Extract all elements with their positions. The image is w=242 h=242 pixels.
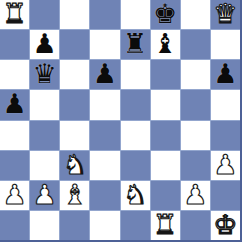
piece-black-rook[interactable]: ♜ (123, 30, 147, 57)
square-e4[interactable] (121, 121, 150, 150)
piece-black-pawn[interactable]: ♟ (213, 60, 237, 87)
piece-white-knight[interactable]: ♞ (63, 151, 87, 178)
square-g6[interactable] (181, 60, 210, 89)
piece-black-king[interactable]: ♚ (153, 0, 177, 27)
square-b7[interactable]: ♟ (30, 30, 59, 59)
piece-white-pawn[interactable]: ♟ (2, 181, 26, 208)
square-b4[interactable] (30, 121, 59, 150)
square-e8[interactable] (121, 0, 150, 29)
square-c5[interactable] (60, 90, 89, 119)
square-e2[interactable]: ♞ (121, 181, 150, 210)
square-h5[interactable] (211, 90, 240, 119)
square-d8[interactable] (90, 0, 119, 29)
square-c7[interactable] (60, 30, 89, 59)
square-c4[interactable] (60, 121, 89, 150)
square-b3[interactable] (30, 151, 59, 180)
square-f6[interactable] (151, 60, 180, 89)
square-f3[interactable] (151, 151, 180, 180)
square-a2[interactable]: ♟ (0, 181, 29, 210)
piece-white-bishop[interactable]: ♝ (63, 181, 87, 208)
square-g1[interactable] (181, 211, 210, 240)
square-g3[interactable] (181, 151, 210, 180)
square-b6[interactable]: ♛ (30, 60, 59, 89)
piece-white-knight[interactable]: ♞ (123, 181, 147, 208)
square-c1[interactable] (60, 211, 89, 240)
piece-white-king[interactable]: ♚ (213, 211, 237, 238)
square-d6[interactable]: ♟ (90, 60, 119, 89)
square-b1[interactable] (30, 211, 59, 240)
square-d4[interactable] (90, 121, 119, 150)
piece-black-queen[interactable]: ♛ (33, 60, 57, 87)
square-a8[interactable]: ♜ (0, 0, 29, 29)
square-f8[interactable]: ♚ (151, 0, 180, 29)
square-f5[interactable] (151, 90, 180, 119)
square-b5[interactable] (30, 90, 59, 119)
piece-black-pawn[interactable]: ♟ (93, 60, 117, 87)
square-a4[interactable] (0, 121, 29, 150)
square-b2[interactable]: ♟ (30, 181, 59, 210)
square-e7[interactable]: ♜ (121, 30, 150, 59)
square-e6[interactable] (121, 60, 150, 89)
piece-white-rook[interactable]: ♜ (2, 0, 26, 27)
square-e3[interactable] (121, 151, 150, 180)
square-h4[interactable] (211, 121, 240, 150)
square-h2[interactable] (211, 181, 240, 210)
piece-black-pawn[interactable]: ♟ (33, 30, 57, 57)
square-f4[interactable] (151, 121, 180, 150)
square-c2[interactable]: ♝ (60, 181, 89, 210)
square-g4[interactable] (181, 121, 210, 150)
square-a7[interactable] (0, 30, 29, 59)
square-g5[interactable] (181, 90, 210, 119)
chess-board: ♜♚♛♟♜♝♛♟♟♟♞♟♟♟♝♞♟♜♚ (0, 0, 242, 242)
piece-white-rook[interactable]: ♜ (153, 211, 177, 238)
square-h3[interactable]: ♟ (211, 151, 240, 180)
piece-white-pawn[interactable]: ♟ (183, 181, 207, 208)
square-c8[interactable] (60, 0, 89, 29)
piece-white-pawn[interactable]: ♟ (33, 181, 57, 208)
square-c6[interactable] (60, 60, 89, 89)
square-g2[interactable]: ♟ (181, 181, 210, 210)
square-h6[interactable]: ♟ (211, 60, 240, 89)
square-g7[interactable] (181, 30, 210, 59)
square-h7[interactable] (211, 30, 240, 59)
square-g8[interactable] (181, 0, 210, 29)
square-f7[interactable]: ♝ (151, 30, 180, 59)
square-e1[interactable] (121, 211, 150, 240)
piece-white-pawn[interactable]: ♟ (213, 151, 237, 178)
square-a1[interactable] (0, 211, 29, 240)
square-a6[interactable] (0, 60, 29, 89)
square-a3[interactable] (0, 151, 29, 180)
square-h8[interactable]: ♛ (211, 0, 240, 29)
square-d3[interactable] (90, 151, 119, 180)
square-b8[interactable] (30, 0, 59, 29)
square-d7[interactable] (90, 30, 119, 59)
square-f1[interactable]: ♜ (151, 211, 180, 240)
piece-black-bishop[interactable]: ♝ (153, 30, 177, 57)
square-e5[interactable] (121, 90, 150, 119)
square-a5[interactable]: ♟ (0, 90, 29, 119)
square-f2[interactable] (151, 181, 180, 210)
square-h1[interactable]: ♚ (211, 211, 240, 240)
piece-white-queen[interactable]: ♛ (213, 0, 237, 27)
piece-black-pawn[interactable]: ♟ (2, 90, 26, 117)
square-d2[interactable] (90, 181, 119, 210)
square-d5[interactable] (90, 90, 119, 119)
square-d1[interactable] (90, 211, 119, 240)
square-c3[interactable]: ♞ (60, 151, 89, 180)
